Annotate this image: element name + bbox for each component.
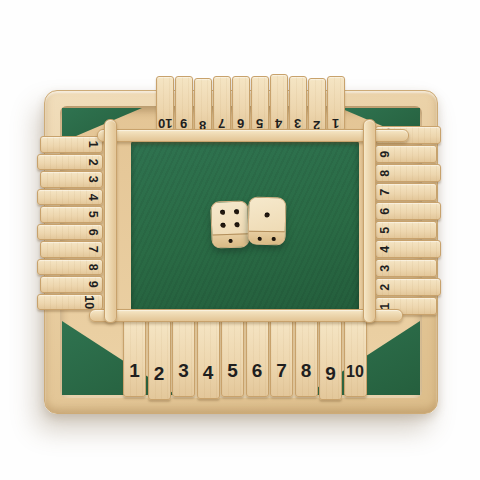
- tile-right-3[interactable]: 3: [375, 259, 437, 277]
- tile-bottom-3[interactable]: 3: [172, 317, 195, 397]
- pip: [265, 213, 270, 218]
- tile-right-2[interactable]: 2: [375, 278, 441, 296]
- pip: [272, 237, 276, 241]
- tile-left-6[interactable]: 6: [37, 224, 103, 241]
- tile-bottom-8[interactable]: 8: [295, 317, 318, 397]
- tile-right-8[interactable]: 8: [375, 164, 441, 182]
- tile-left-4[interactable]: 4: [37, 189, 103, 206]
- tile-top-1[interactable]: 1: [327, 76, 345, 131]
- tile-left-1[interactable]: 1: [40, 136, 103, 153]
- tile-bottom-7[interactable]: 7: [270, 317, 293, 397]
- tile-top-6[interactable]: 6: [232, 76, 250, 131]
- tile-right-7[interactable]: 7: [375, 183, 437, 201]
- tile-bottom-6[interactable]: 6: [246, 317, 269, 397]
- tile-row-bottom: 1 2 3 4 5 6 7 8 9 10: [123, 317, 367, 400]
- photo-background: 10 9 8 7 6 5 4 3 2 1 1 2 3 4 5 6 7 8 9 1…: [0, 0, 480, 480]
- tile-top-4[interactable]: 4: [270, 74, 288, 131]
- tile-bottom-9[interactable]: 9: [319, 320, 342, 400]
- tile-top-9[interactable]: 9: [175, 76, 193, 131]
- tile-top-2[interactable]: 2: [308, 78, 326, 133]
- tile-bottom-4[interactable]: 4: [197, 319, 220, 399]
- tile-right-9[interactable]: 9: [375, 145, 437, 163]
- die-left[interactable]: [210, 200, 250, 248]
- pip: [229, 239, 233, 243]
- tile-column-left: 1 2 3 4 5 6 7 8 9 10: [37, 136, 103, 310]
- tile-right-5[interactable]: 5: [375, 221, 437, 239]
- hinge-rail-left: [104, 119, 117, 323]
- tile-left-10[interactable]: 10: [37, 294, 103, 311]
- die-right-front-face: [249, 231, 285, 245]
- tile-left-2[interactable]: 2: [37, 154, 103, 171]
- pip: [257, 236, 261, 240]
- tile-left-8[interactable]: 8: [37, 259, 103, 276]
- tile-column-right: 10 9 8 7 6 5 4 3 2 1: [375, 126, 441, 315]
- tile-left-5[interactable]: 5: [40, 206, 103, 223]
- tile-left-7[interactable]: 7: [40, 241, 103, 258]
- tile-bottom-5[interactable]: 5: [221, 314, 244, 397]
- pip: [221, 223, 226, 228]
- hinge-rail-right: [363, 119, 376, 323]
- pip: [220, 210, 225, 215]
- tile-bottom-2[interactable]: 2: [148, 320, 171, 400]
- pip: [234, 209, 239, 214]
- hinge-rail-bottom: [89, 309, 403, 322]
- tile-right-4[interactable]: 4: [375, 240, 441, 258]
- die-left-top-face: [211, 201, 248, 234]
- tile-top-8[interactable]: 8: [194, 78, 212, 133]
- tile-top-7[interactable]: 7: [213, 76, 231, 131]
- die-left-front-face: [212, 233, 248, 247]
- shut-the-box-board: 10 9 8 7 6 5 4 3 2 1 1 2 3 4 5 6 7 8 9 1…: [44, 90, 438, 414]
- tile-top-10[interactable]: 10: [156, 76, 174, 131]
- tile-left-3[interactable]: 3: [40, 171, 103, 188]
- die-right-top-face: [249, 198, 286, 232]
- pip: [234, 222, 239, 227]
- tile-top-5[interactable]: 5: [251, 76, 269, 131]
- tile-top-3[interactable]: 3: [289, 76, 307, 131]
- tile-bottom-1[interactable]: 1: [123, 317, 146, 397]
- tile-row-top: 10 9 8 7 6 5 4 3 2 1: [156, 76, 345, 131]
- die-right[interactable]: [248, 197, 287, 246]
- tile-right-6[interactable]: 6: [375, 202, 441, 220]
- tile-bottom-10[interactable]: 10: [344, 317, 367, 397]
- tile-left-9[interactable]: 9: [40, 276, 103, 293]
